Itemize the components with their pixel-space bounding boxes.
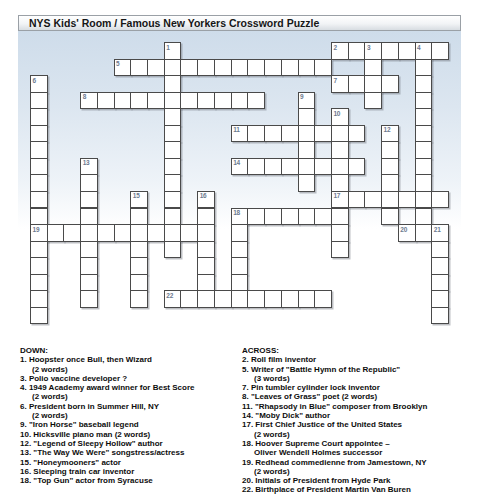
grid-cell-r15c13[interactable] (231, 274, 249, 292)
grid-cell-r2c21[interactable] (364, 59, 382, 77)
grid-cell-r3c20[interactable] (348, 75, 366, 93)
cell-number-11: 11 (233, 126, 239, 133)
across-clue-8: 8. "Leaves of Grass" poet (2 words) (242, 392, 476, 401)
across-clues-section: ACROSS: 2. Roll film inventor5. Writer o… (242, 346, 476, 495)
grid-cell-r1c21[interactable]: 3 (364, 42, 382, 60)
grid-cell-r10c23[interactable] (398, 191, 416, 209)
grid-cell-r15c11[interactable] (197, 274, 215, 292)
grid-cell-r11c17[interactable] (298, 208, 316, 226)
grid-cell-r16c11[interactable] (197, 290, 215, 308)
down-clue-15: 15. "Honeymooners" actor (20, 458, 240, 467)
grid-cell-r8c9[interactable] (164, 158, 182, 176)
cell-number-18: 18 (233, 209, 240, 216)
grid-cell-r2c18[interactable] (314, 59, 332, 77)
cell-number-15: 15 (133, 192, 140, 199)
cell-number-6: 6 (33, 77, 36, 84)
grid-cell-r15c1[interactable] (30, 274, 48, 292)
grid-cell-r10c4[interactable] (80, 191, 98, 209)
across-clue-2: 2. Roll film inventor (242, 355, 476, 364)
grid-cell-r6c9[interactable] (164, 125, 182, 143)
grid-cell-r12c25[interactable]: 21 (431, 224, 449, 242)
grid-cell-r11c24[interactable] (415, 208, 433, 226)
down-clue-9: 9. "Iron Horse" baseball legend (20, 420, 240, 429)
grid-cell-r4c8[interactable] (147, 92, 165, 110)
grid-cell-r14c25[interactable] (431, 257, 449, 275)
grid-cell-r2c11[interactable] (197, 59, 215, 77)
down-clue-6-cont: (2 words) (20, 411, 240, 420)
grid-cell-r11c9[interactable] (164, 208, 182, 226)
grid-cell-r14c13[interactable] (231, 257, 249, 275)
cell-number-10: 10 (333, 110, 340, 117)
grid-cell-r10c1[interactable] (30, 191, 48, 209)
grid-cell-r8c18[interactable] (314, 158, 332, 176)
grid-cell-r8c24[interactable] (415, 158, 433, 176)
down-clues-list: 1. Hoopster once Bull, then Wizard(2 wor… (20, 355, 240, 485)
across-clue-17: 17. First Chief Justice of the United St… (242, 420, 476, 429)
grid-cell-r9c9[interactable] (164, 174, 182, 192)
grid-cell-r12c24[interactable] (415, 224, 433, 242)
grid-cell-r2c8[interactable] (147, 59, 165, 77)
down-clue-3: 3. Polio vaccine developer ? (20, 374, 240, 383)
grid-cell-r4c17[interactable]: 9 (298, 92, 316, 110)
grid-cell-r1c20[interactable] (348, 42, 366, 60)
across-clue-20: 20. Initials of President from Hyde Park (242, 476, 476, 485)
grid-cell-r12c11[interactable] (197, 224, 215, 242)
grid-cell-r12c1[interactable]: 19 (30, 224, 48, 242)
grid-cell-r11c18[interactable] (314, 208, 332, 226)
grid-cell-r16c17[interactable] (298, 290, 316, 308)
grid-cell-r5c9[interactable] (164, 108, 182, 126)
grid-cell-r4c9[interactable] (164, 92, 182, 110)
grid-cell-r16c4[interactable] (80, 290, 98, 308)
grid-cell-r15c25[interactable] (431, 274, 449, 292)
grid-cell-r16c14[interactable] (247, 290, 265, 308)
grid-cell-r3c9[interactable] (164, 75, 182, 93)
grid-cell-r3c24[interactable] (415, 75, 433, 93)
grid-cell-r4c10[interactable] (180, 92, 198, 110)
across-clue-22: 22. Birthplace of President Martin Van B… (242, 485, 476, 494)
cell-number-16: 16 (200, 192, 207, 199)
grid-cell-r11c19[interactable] (331, 208, 349, 226)
grid-cell-r12c3[interactable] (63, 224, 81, 242)
grid-cell-r8c1[interactable] (30, 158, 48, 176)
grid-cell-r10c20[interactable] (348, 191, 366, 209)
grid-cell-r11c13[interactable]: 18 (231, 208, 249, 226)
grid-cell-r15c4[interactable] (80, 274, 98, 292)
across-clues-header: ACROSS: (242, 346, 476, 355)
grid-cell-r12c23[interactable]: 20 (398, 224, 416, 242)
grid-cell-r4c6[interactable] (114, 92, 132, 110)
grid-cell-r9c1[interactable] (30, 174, 48, 192)
grid-cell-r4c21[interactable] (364, 92, 382, 110)
grid-cell-r6c15[interactable] (264, 125, 282, 143)
across-clue-5-cont: (3 words) (242, 374, 476, 383)
grid-cell-r6c16[interactable] (281, 125, 299, 143)
grid-cell-r9c4[interactable] (80, 174, 98, 192)
grid-cell-r10c22[interactable] (381, 191, 399, 209)
down-clues-section: DOWN: 1. Hoopster once Bull, then Wizard… (20, 346, 240, 485)
grid-cell-r8c4[interactable]: 13 (80, 158, 98, 176)
grid-cell-r4c1[interactable] (30, 92, 48, 110)
grid-cell-r2c6[interactable]: 5 (114, 59, 132, 77)
grid-cell-r12c19[interactable] (331, 224, 349, 242)
cell-number-22: 22 (166, 292, 173, 299)
grid-cell-r5c1[interactable] (30, 108, 48, 126)
across-clue-18: 18. Hoover Supreme Court appointee – (242, 439, 476, 448)
cell-number-12: 12 (384, 126, 391, 133)
grid-cell-r4c24[interactable] (415, 92, 433, 110)
down-clue-13: 13. "The Way We Were" songstress/actress (20, 448, 240, 457)
grid-cell-r6c13[interactable]: 11 (231, 125, 249, 143)
grid-cell-r1c24[interactable]: 4 (415, 42, 433, 60)
grid-cell-r7c22[interactable] (381, 141, 399, 159)
down-clue-18: 18. "Top Gun" actor from Syracuse (20, 476, 240, 485)
grid-cell-r6c14[interactable] (247, 125, 265, 143)
grid-cell-r10c9[interactable] (164, 191, 182, 209)
cell-number-4: 4 (417, 44, 420, 51)
grid-cell-r12c4[interactable] (80, 224, 98, 242)
grid-cell-r2c17[interactable] (298, 59, 316, 77)
grid-cell-r10c7[interactable]: 15 (130, 191, 148, 209)
cell-number-7: 7 (333, 77, 336, 84)
grid-cell-r5c24[interactable] (415, 108, 433, 126)
grid-cell-r16c15[interactable] (264, 290, 282, 308)
down-clue-12: 12. "Legend of Sleepy Hollow" author (20, 439, 240, 448)
grid-cell-r16c18[interactable] (314, 290, 332, 308)
grid-cell-r13c13[interactable] (231, 241, 249, 259)
grid-cell-r1c19[interactable]: 2 (331, 42, 349, 60)
grid-cell-r13c4[interactable] (80, 241, 98, 259)
grid-cell-r6c22[interactable]: 12 (381, 125, 399, 143)
across-clue-11: 11. "Rhapsody in Blue" composer from Bro… (242, 402, 476, 411)
grid-cell-r13c25[interactable] (431, 241, 449, 259)
cell-number-17: 17 (333, 192, 340, 199)
grid-cell-r6c17[interactable] (298, 125, 316, 143)
grid-cell-r2c24[interactable] (415, 59, 433, 77)
grid-cell-r3c22[interactable] (381, 75, 399, 93)
grid-cell-r13c11[interactable] (197, 241, 215, 259)
grid-cell-r3c1[interactable]: 6 (30, 75, 48, 93)
grid-cell-r14c4[interactable] (80, 257, 98, 275)
down-clue-4: 4. 1949 Academy award winner for Best Sc… (20, 383, 240, 392)
grid-cell-r10c25[interactable] (431, 191, 449, 209)
grid-cell-r16c13[interactable] (231, 290, 249, 308)
down-clue-4-cont: (2 words) (20, 392, 240, 401)
grid-cell-r13c7[interactable] (130, 241, 148, 259)
grid-cell-r12c10[interactable] (180, 224, 198, 242)
grid-cell-r8c22[interactable] (381, 158, 399, 176)
grid-cell-r8c17[interactable] (298, 158, 316, 176)
grid-cell-r16c1[interactable] (30, 290, 48, 308)
grid-cell-r6c19[interactable] (331, 125, 349, 143)
grid-cell-r12c6[interactable] (114, 224, 132, 242)
grid-cell-r5c17[interactable] (298, 108, 316, 126)
grid-cell-r10c21[interactable] (364, 191, 382, 209)
grid-cell-r9c17[interactable] (298, 174, 316, 192)
grid-cell-r7c19[interactable] (331, 141, 349, 159)
cell-number-13: 13 (83, 159, 90, 166)
across-clues-list: 2. Roll film inventor5. Writer of "Battl… (242, 355, 476, 494)
grid-cell-r9c22[interactable] (381, 174, 399, 192)
grid-cell-r14c1[interactable] (30, 257, 48, 275)
down-clue-16: 16. Sleeping train car inventor (20, 467, 240, 476)
grid-cell-r16c7[interactable] (130, 290, 148, 308)
grid-cell-r14c7[interactable] (130, 257, 148, 275)
grid-cell-r11c16[interactable] (281, 208, 299, 226)
grid-cell-r13c19[interactable] (331, 241, 349, 259)
grid-cell-r8c19[interactable] (331, 158, 349, 176)
grid-cell-r8c13[interactable]: 14 (231, 158, 249, 176)
grid-cell-r8c15[interactable] (264, 158, 282, 176)
across-clue-17-cont: (2 words) (242, 430, 476, 439)
grid-cell-r2c16[interactable] (281, 59, 299, 77)
grid-cell-r8c16[interactable] (281, 158, 299, 176)
grid-cell-r2c9[interactable] (164, 59, 182, 77)
grid-cell-r16c10[interactable] (180, 290, 198, 308)
cell-number-21: 21 (434, 226, 441, 233)
across-clue-18-cont: Oliver Wendell Holmes successor (242, 448, 476, 457)
grid-cell-r3c19[interactable]: 7 (331, 75, 349, 93)
grid-cell-r7c1[interactable] (30, 141, 48, 159)
grid-cell-r10c11[interactable]: 16 (197, 191, 215, 209)
grid-cell-r1c22[interactable] (381, 42, 399, 60)
cell-number-14: 14 (233, 159, 240, 166)
across-clue-7: 7. Pin tumbler cylinder lock inventor (242, 383, 476, 392)
grid-cell-r11c14[interactable] (247, 208, 265, 226)
page-title: NYS Kids' Room / Famous New Yorkers Cros… (19, 16, 460, 30)
down-clue-10: 10. Hicksville piano man (2 words) (20, 430, 240, 439)
cell-number-2: 2 (333, 44, 336, 51)
grid-cell-r2c15[interactable] (264, 59, 282, 77)
grid-cell-r2c13[interactable] (231, 59, 249, 77)
grid-cell-r11c11[interactable] (197, 208, 215, 226)
grid-cell-r4c5[interactable] (97, 92, 115, 110)
grid-cell-r1c25[interactable] (431, 42, 449, 60)
grid-cell-r17c1[interactable] (30, 307, 48, 325)
down-clue-1: 1. Hoopster once Bull, then Wizard (20, 355, 240, 364)
grid-cell-r11c15[interactable] (264, 208, 282, 226)
grid-cell-r8c14[interactable] (247, 158, 265, 176)
grid-cell-r4c7[interactable] (130, 92, 148, 110)
grid-cell-r2c12[interactable] (214, 59, 232, 77)
grid-cell-r7c17[interactable] (298, 141, 316, 159)
grid-cell-r13c1[interactable] (30, 241, 48, 259)
cell-number-19: 19 (33, 226, 40, 233)
grid-cell-r6c24[interactable] (415, 125, 433, 143)
grid-cell-r2c14[interactable] (247, 59, 265, 77)
grid-cell-r11c22[interactable] (381, 208, 399, 226)
grid-cell-r6c1[interactable] (30, 125, 48, 143)
grid-cell-r6c18[interactable] (314, 125, 332, 143)
down-clues-header: DOWN: (20, 346, 240, 355)
title-bar: NYS Kids' Room / Famous New Yorkers Cros… (18, 15, 461, 31)
cell-number-8: 8 (83, 93, 86, 100)
grid-cell-r4c13[interactable] (231, 92, 249, 110)
grid-cell-r10c24[interactable] (415, 191, 433, 209)
grid-cell-r7c24[interactable] (415, 141, 433, 159)
grid-cell-r2c7[interactable] (130, 59, 148, 77)
grid-cell-r9c24[interactable] (415, 174, 433, 192)
grid-cell-r4c11[interactable] (197, 92, 215, 110)
grid-cell-r12c2[interactable] (47, 224, 65, 242)
grid-cell-r15c7[interactable] (130, 274, 148, 292)
grid-cell-r3c21[interactable] (364, 75, 382, 93)
crossword-page: NYS Kids' Room / Famous New Yorkers Cros… (0, 0, 480, 499)
cell-number-9: 9 (300, 93, 303, 100)
across-clue-5: 5. Writer of "Battle Hymn of the Republi… (242, 365, 476, 374)
across-clue-19: 19. Redhead commedienne from Jamestown, … (242, 458, 476, 467)
grid-cell-r17c25[interactable] (431, 307, 449, 325)
grid-cell-r16c12[interactable] (214, 290, 232, 308)
grid-cell-r16c25[interactable] (431, 290, 449, 308)
down-clue-6: 6. President born in Summer Hill, NY (20, 402, 240, 411)
down-clue-1-cont: (2 words) (20, 365, 240, 374)
grid-cell-r9c19[interactable] (331, 174, 349, 192)
grid-cell-r13c9[interactable] (164, 241, 182, 259)
grid-cell-r4c14[interactable] (247, 92, 265, 110)
grid-cell-r14c11[interactable] (197, 257, 215, 275)
grid-cell-r16c9[interactable]: 22 (164, 290, 182, 308)
grid-cell-r12c13[interactable] (231, 224, 249, 242)
cell-number-20: 20 (400, 226, 407, 233)
cell-number-1: 1 (166, 44, 169, 51)
grid-cell-r12c9[interactable] (164, 224, 182, 242)
grid-cell-r12c8[interactable] (147, 224, 165, 242)
grid-cell-r11c1[interactable] (30, 208, 48, 226)
grid-cell-r4c12[interactable] (214, 92, 232, 110)
grid-cell-r6c20[interactable] (348, 125, 366, 143)
grid-cell-r12c7[interactable] (130, 224, 148, 242)
grid-cell-r11c4[interactable] (80, 208, 98, 226)
grid-cell-r11c7[interactable] (130, 208, 148, 226)
grid-cell-r1c9[interactable]: 1 (164, 42, 182, 60)
grid-cell-r4c4[interactable]: 8 (80, 92, 98, 110)
cell-number-3: 3 (367, 44, 370, 51)
grid-cell-r7c9[interactable] (164, 141, 182, 159)
grid-cell-r8c20[interactable] (348, 158, 366, 176)
across-clue-19-cont: (2 words) (242, 467, 476, 476)
across-clue-14: 14. "Moby Dick" author (242, 411, 476, 420)
grid-cell-r2c10[interactable] (180, 59, 198, 77)
grid-cell-r10c19[interactable]: 17 (331, 191, 349, 209)
grid-cell-r16c16[interactable] (281, 290, 299, 308)
grid-cell-r1c23[interactable] (398, 42, 416, 60)
grid-cell-r5c19[interactable]: 10 (331, 108, 349, 126)
grid-cell-r12c5[interactable] (97, 224, 115, 242)
cell-number-5: 5 (116, 60, 119, 67)
